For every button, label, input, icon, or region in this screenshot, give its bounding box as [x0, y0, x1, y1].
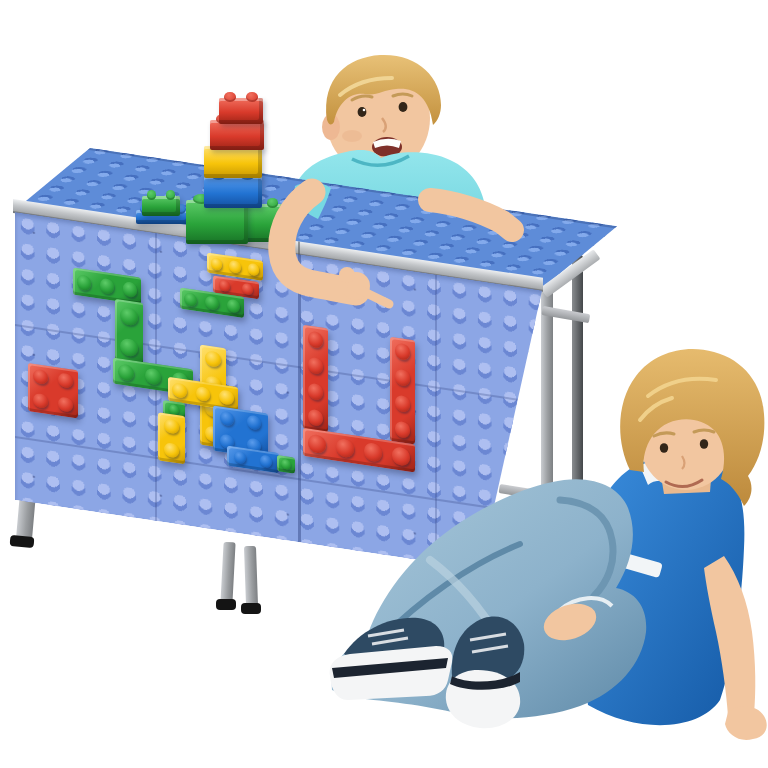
- stacked-brick-red: [219, 98, 263, 124]
- brick-top-stud: [166, 190, 176, 200]
- product-photo-scene: [0, 0, 768, 768]
- stacked-brick-green: [142, 196, 180, 216]
- stacked-brick-red: [210, 120, 264, 150]
- stacked-brick-yellow: [204, 146, 262, 178]
- brick-top-stud: [246, 92, 257, 102]
- brick-stack: [0, 0, 768, 768]
- brick-top-stud: [224, 92, 235, 102]
- brick-top-stud: [267, 198, 279, 208]
- brick-top-stud: [147, 190, 157, 200]
- stacked-brick-blue: [204, 176, 262, 208]
